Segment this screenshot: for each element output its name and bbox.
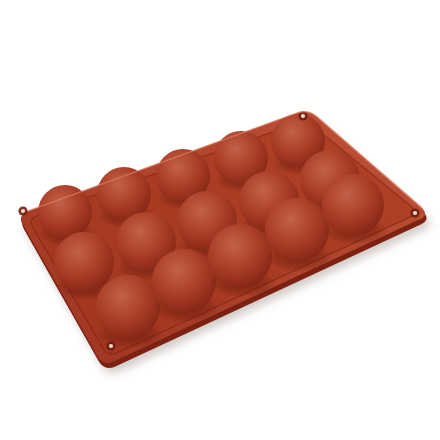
mold-dome-r3c1 — [96, 275, 160, 339]
mold-dome-r1c1 — [38, 185, 92, 239]
mold-dome-r3c3 — [208, 224, 272, 288]
mold-dome-r3c5 — [322, 174, 384, 236]
hanging-hole-south — [109, 344, 113, 348]
hanging-hole-west — [21, 209, 25, 213]
mold-dome-r3c4 — [265, 198, 329, 262]
hanging-hole-north — [301, 114, 305, 118]
mold-photo-canvas — [0, 0, 440, 440]
mold-dome-r3c2 — [152, 249, 216, 313]
hanging-hole-east — [413, 211, 417, 215]
mold-dome-r2c1 — [54, 232, 114, 292]
product-photo — [0, 0, 440, 440]
